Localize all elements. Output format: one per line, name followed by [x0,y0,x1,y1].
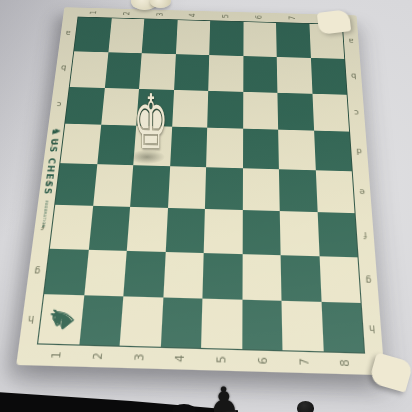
us-chess-brand-tagline: FEDERATION [41,200,49,228]
square-e4[interactable] [168,166,207,209]
file-label-b-right: b [345,58,363,94]
mat-corner-curl-top-right [317,9,351,35]
square-a2[interactable] [108,18,144,53]
square-h2[interactable] [79,296,123,346]
square-e1[interactable] [55,163,97,205]
square-g6[interactable] [242,254,282,301]
square-a3[interactable] [142,19,177,54]
file-label-f-right: f [356,213,376,258]
square-e2[interactable] [93,164,134,206]
file-label-d-right: d [350,132,369,172]
square-d1[interactable] [60,124,100,164]
board-grid: ♞ [37,17,365,354]
square-h5[interactable] [201,299,242,349]
square-f6[interactable] [242,210,280,255]
file-label-e-right: e [353,171,372,213]
square-e8[interactable] [315,170,354,213]
square-e7[interactable] [279,169,317,212]
square-f1[interactable] [50,205,93,250]
square-e6[interactable] [242,168,279,211]
square-g7[interactable] [281,255,321,302]
square-g3[interactable] [123,250,165,297]
offboard-black-piece-partial-right[interactable] [297,401,314,412]
square-d4[interactable] [170,127,208,167]
chess-board-mat: 12345678 12345678 abcdefgh abcdefgh ♞ US… [16,7,384,375]
square-c7[interactable] [277,92,313,130]
square-g5[interactable] [202,253,242,300]
white-king-on-d3[interactable]: ♚ [133,85,162,160]
square-e3[interactable] [130,165,170,207]
square-c8[interactable] [312,93,349,131]
square-c1[interactable] [65,87,104,125]
square-c4[interactable] [172,90,209,128]
square-f7[interactable] [280,211,319,256]
square-h3[interactable] [120,297,163,347]
square-a6[interactable] [243,22,277,57]
square-b7[interactable] [277,57,312,94]
square-d5[interactable] [206,128,243,168]
square-h4[interactable] [160,298,202,348]
square-b8[interactable] [310,58,346,95]
square-b1[interactable] [70,51,108,87]
file-label-g-right: g [359,257,380,304]
square-f3[interactable] [127,207,168,252]
square-g4[interactable] [163,251,204,298]
square-e5[interactable] [205,167,243,210]
square-f8[interactable] [317,212,357,257]
square-h1[interactable]: ♞ [38,294,84,344]
square-g2[interactable] [84,249,127,296]
square-h8[interactable] [321,302,364,352]
square-a1[interactable] [74,17,111,52]
square-c5[interactable] [207,90,243,128]
square-d8[interactable] [314,131,352,171]
us-chess-knight-icon: ♞ [49,125,62,139]
square-a5[interactable] [209,21,243,56]
square-g1[interactable] [44,248,88,295]
square-c6[interactable] [243,91,278,129]
square-b4[interactable] [174,54,210,91]
square-a4[interactable] [175,20,210,55]
square-f5[interactable] [204,209,243,254]
file-label-c-right: c [348,94,366,132]
square-d7[interactable] [278,130,315,170]
square-b5[interactable] [208,55,243,92]
square-d6[interactable] [242,129,278,169]
offboard-black-pawn-bottom[interactable]: ♟ [203,382,244,412]
square-h6[interactable] [242,300,283,350]
square-b6[interactable] [243,56,278,93]
square-f4[interactable] [165,208,205,253]
offboard-black-piece-partial-left[interactable] [172,404,196,412]
us-chess-corner-knight-logo: ♞ [42,298,81,339]
square-a7[interactable] [276,23,310,58]
square-h7[interactable] [282,301,324,351]
square-g8[interactable] [319,256,361,304]
square-f2[interactable] [88,206,130,251]
